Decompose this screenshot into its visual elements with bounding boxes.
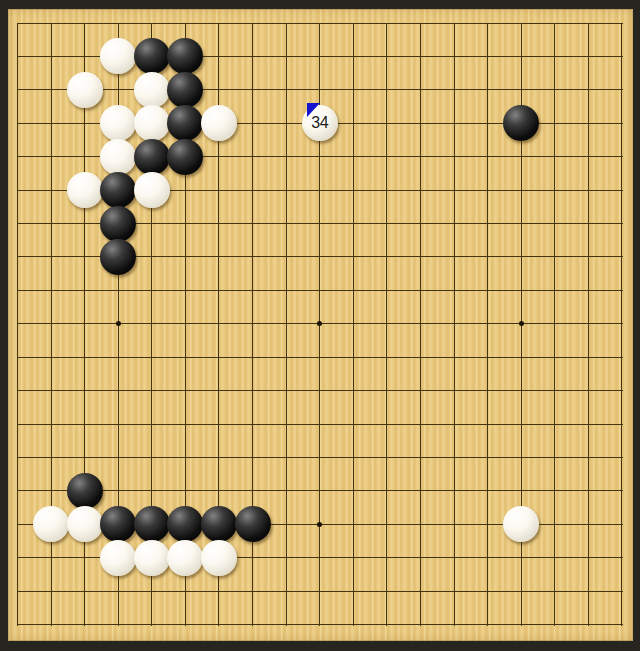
grid-hline	[18, 624, 623, 625]
white-stone[interactable]	[134, 540, 170, 576]
black-stone[interactable]	[100, 239, 136, 275]
black-stone[interactable]	[167, 506, 203, 542]
black-stone[interactable]	[100, 172, 136, 208]
white-stone[interactable]	[167, 540, 203, 576]
grid-hline	[18, 457, 623, 458]
black-stone[interactable]	[167, 38, 203, 74]
white-stone[interactable]	[100, 38, 136, 74]
grid-vline	[554, 23, 555, 626]
star-point	[317, 321, 322, 326]
grid-hline	[18, 89, 623, 90]
black-stone[interactable]	[235, 506, 271, 542]
grid-hline	[18, 23, 623, 24]
white-stone[interactable]	[67, 72, 103, 108]
grid-vline	[17, 23, 18, 626]
grid-hline	[18, 390, 623, 391]
grid-vline	[420, 23, 421, 626]
black-stone[interactable]	[201, 506, 237, 542]
blue-triangle-marker-icon	[307, 103, 320, 117]
grid-vline	[286, 23, 287, 626]
black-stone[interactable]	[100, 506, 136, 542]
black-stone[interactable]	[134, 38, 170, 74]
grid-vline	[353, 23, 354, 626]
star-point	[317, 522, 322, 527]
white-stone-move-34[interactable]: 34	[302, 105, 338, 141]
white-stone[interactable]	[134, 172, 170, 208]
white-stone[interactable]	[100, 105, 136, 141]
grid-hline	[18, 424, 623, 425]
black-stone[interactable]	[503, 105, 539, 141]
white-stone[interactable]	[67, 172, 103, 208]
white-stone[interactable]	[67, 506, 103, 542]
white-stone[interactable]	[134, 72, 170, 108]
grid-vline	[487, 23, 488, 626]
grid-hline	[18, 290, 623, 291]
black-stone[interactable]	[167, 72, 203, 108]
grid-vline	[454, 23, 455, 626]
go-app-window: 34	[0, 0, 640, 651]
white-stone[interactable]	[100, 139, 136, 175]
black-stone[interactable]	[134, 506, 170, 542]
grid-hline	[18, 591, 623, 592]
white-stone[interactable]	[201, 105, 237, 141]
star-point	[116, 321, 121, 326]
white-stone[interactable]	[201, 540, 237, 576]
black-stone[interactable]	[100, 206, 136, 242]
white-stone[interactable]	[134, 105, 170, 141]
grid-hline	[18, 357, 623, 358]
black-stone[interactable]	[67, 473, 103, 509]
goban-board[interactable]: 34	[8, 9, 633, 641]
grid-vline	[588, 23, 589, 626]
grid-vline	[621, 23, 622, 626]
white-stone[interactable]	[503, 506, 539, 542]
white-stone[interactable]	[33, 506, 69, 542]
black-stone[interactable]	[134, 139, 170, 175]
grid-vline	[386, 23, 387, 626]
black-stone[interactable]	[167, 139, 203, 175]
star-point	[519, 321, 524, 326]
white-stone[interactable]	[100, 540, 136, 576]
black-stone[interactable]	[167, 105, 203, 141]
grid-hline	[18, 490, 623, 491]
